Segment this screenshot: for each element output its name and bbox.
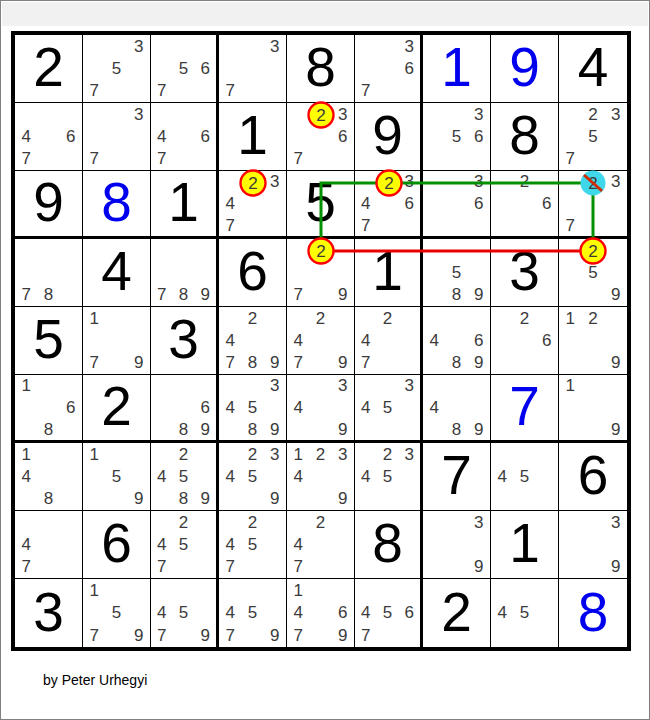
- cell-r7c5[interactable]: 12349: [287, 443, 355, 511]
- empty-candidate-slot: [151, 103, 173, 125]
- cell-r9c6[interactable]: 4567: [355, 579, 423, 647]
- empty-candidate-slot: [219, 307, 241, 329]
- candidate-3: 3: [604, 171, 627, 193]
- empty-candidate-slot: [219, 171, 241, 193]
- candidate-6: 6: [398, 193, 420, 215]
- cell-r5c7[interactable]: 4689: [423, 307, 491, 375]
- empty-candidate-slot: [83, 57, 105, 79]
- empty-candidate-slot: [151, 443, 173, 465]
- empty-candidate-slot: [194, 465, 216, 487]
- empty-candidate-slot: [309, 624, 331, 647]
- cell-r9c4[interactable]: 4579: [219, 579, 287, 647]
- cell-value-digit: 4: [101, 244, 132, 299]
- empty-candidate-slot: [194, 375, 216, 397]
- empty-candidate-slot: [423, 193, 445, 215]
- cell-r8c4[interactable]: 2457: [219, 511, 287, 579]
- cell-r1c8[interactable]: 9: [491, 35, 559, 103]
- empty-candidate-slot: [355, 579, 377, 602]
- empty-candidate-slot: [491, 214, 513, 236]
- candidate-5: 5: [241, 533, 263, 555]
- candidate-3: 3: [264, 443, 286, 465]
- empty-candidate-slot: [536, 171, 558, 193]
- cell-value-digit: 1: [441, 40, 472, 95]
- candidate-7: 7: [15, 148, 37, 170]
- empty-candidate-slot: [491, 624, 513, 647]
- candidate-3: 3: [264, 171, 286, 193]
- empty-candidate-slot: [173, 579, 195, 602]
- empty-candidate-slot: [355, 171, 377, 193]
- empty-candidate-slot: [194, 261, 216, 283]
- empty-candidate-slot: [151, 579, 173, 602]
- empty-candidate-slot: [264, 80, 286, 102]
- empty-candidate-slot: [105, 80, 127, 102]
- empty-candidate-slot: [377, 375, 399, 397]
- cell-r3c7[interactable]: 36: [423, 171, 491, 239]
- cell-r3c8[interactable]: 26: [491, 171, 559, 239]
- candidate-8: 8: [37, 284, 59, 306]
- cell-r2c7[interactable]: 356: [423, 103, 491, 171]
- empty-candidate-slot: [287, 307, 309, 329]
- empty-candidate-slot: [445, 397, 467, 419]
- cell-r6c3[interactable]: 689: [151, 375, 219, 443]
- candidate-5: 5: [173, 465, 195, 487]
- cell-r7c1[interactable]: 148: [15, 443, 83, 511]
- cell-r7c9[interactable]: 6: [559, 443, 627, 511]
- candidate-8: 8: [173, 284, 195, 306]
- candidate-8: 8: [445, 418, 467, 440]
- empty-candidate-slot: [15, 397, 37, 419]
- empty-candidate-slot: [491, 488, 513, 510]
- empty-candidate-slot: [536, 307, 558, 329]
- empty-candidate-slot: [582, 511, 605, 533]
- candidate-7: 7: [219, 214, 241, 236]
- candidate-8: 8: [173, 418, 195, 440]
- cell-r2c2[interactable]: 37: [83, 103, 151, 171]
- cell-r9c5[interactable]: 14679: [287, 579, 355, 647]
- cell-r8c5[interactable]: 247: [287, 511, 355, 579]
- candidate-1: 1: [559, 375, 582, 397]
- cell-r2c5[interactable]: 2367: [287, 103, 355, 171]
- cell-value-digit: 5: [33, 312, 64, 367]
- candidate-8: 8: [173, 488, 195, 510]
- cell-r6c9[interactable]: 19: [559, 375, 627, 443]
- candidate-2: 2: [513, 307, 535, 329]
- empty-candidate-slot: [423, 214, 445, 236]
- empty-candidate-slot: [559, 329, 582, 351]
- cell-r4c4[interactable]: 6: [219, 239, 287, 307]
- cell-r5c8[interactable]: 26: [491, 307, 559, 375]
- cell-r4c1[interactable]: 78: [15, 239, 83, 307]
- cell-r4c6[interactable]: 1: [355, 239, 423, 307]
- empty-candidate-slot: [332, 556, 354, 578]
- empty-candidate-slot: [219, 511, 241, 533]
- empty-candidate-slot: [559, 171, 582, 193]
- empty-candidate-slot: [559, 193, 582, 215]
- empty-candidate-slot: [559, 533, 582, 555]
- candidate-9: 9: [194, 624, 216, 647]
- candidate-3: 3: [264, 35, 286, 57]
- candidate-7: 7: [355, 214, 377, 236]
- empty-candidate-slot: [309, 533, 331, 555]
- candidate-9: 9: [264, 418, 286, 440]
- empty-candidate-slot: [287, 375, 309, 397]
- cell-r5c2[interactable]: 179: [83, 307, 151, 375]
- candidate-3: 3: [604, 103, 627, 125]
- empty-candidate-slot: [582, 533, 605, 555]
- empty-candidate-slot: [398, 352, 420, 374]
- cell-r8c8[interactable]: 1: [491, 511, 559, 579]
- cell-r5c3[interactable]: 3: [151, 307, 219, 375]
- empty-candidate-slot: [491, 193, 513, 215]
- empty-candidate-slot: [604, 307, 627, 329]
- cell-r4c9[interactable]: 259: [559, 239, 627, 307]
- cell-r6c7[interactable]: 489: [423, 375, 491, 443]
- candidate-8: 8: [445, 352, 467, 374]
- cell-r7c2[interactable]: 159: [83, 443, 151, 511]
- candidate-9: 9: [332, 418, 354, 440]
- candidate-7: 7: [219, 80, 241, 102]
- candidate-9: 9: [604, 556, 627, 578]
- empty-candidate-slot: [559, 397, 582, 419]
- empty-candidate-slot: [264, 193, 286, 215]
- candidate-7: 7: [355, 352, 377, 374]
- cell-r3c4[interactable]: 2347: [219, 171, 287, 239]
- empty-candidate-slot: [173, 239, 195, 261]
- candidate-5: 5: [241, 397, 263, 419]
- cell-value-digit: 2: [101, 379, 132, 434]
- cell-r6c8[interactable]: 7: [491, 375, 559, 443]
- empty-candidate-slot: [582, 193, 605, 215]
- candidate-7: 7: [287, 284, 309, 306]
- candidate-9: 9: [128, 624, 150, 647]
- candidate-2: 2: [241, 307, 263, 329]
- empty-candidate-slot: [287, 125, 309, 147]
- cell-r8c7[interactable]: 39: [423, 511, 491, 579]
- candidate-7: 7: [15, 284, 37, 306]
- empty-candidate-slot: [332, 148, 354, 170]
- candidate-4: 4: [219, 465, 241, 487]
- cell-r2c3[interactable]: 467: [151, 103, 219, 171]
- empty-candidate-slot: [513, 443, 535, 465]
- empty-candidate-slot: [60, 103, 82, 125]
- empty-candidate-slot: [173, 35, 195, 57]
- candidate-9: 9: [604, 418, 627, 440]
- empty-candidate-slot: [332, 397, 354, 419]
- candidate-4: 4: [219, 602, 241, 625]
- empty-candidate-slot: [37, 443, 59, 465]
- empty-candidate-slot: [309, 579, 331, 602]
- empty-candidate-slot: [287, 511, 309, 533]
- cell-r7c4[interactable]: 23459: [219, 443, 287, 511]
- cell-r3c5[interactable]: 5: [287, 171, 355, 239]
- cell-r3c1[interactable]: 9: [15, 171, 83, 239]
- empty-candidate-slot: [604, 214, 627, 236]
- empty-candidate-slot: [423, 418, 445, 440]
- empty-candidate-slot: [423, 148, 445, 170]
- candidate-7: 7: [151, 80, 173, 102]
- candidate-6: 6: [398, 602, 420, 625]
- candidate-6: 6: [398, 57, 420, 79]
- candidate-7: 7: [559, 214, 582, 236]
- empty-candidate-slot: [309, 352, 331, 374]
- cell-r8c9[interactable]: 39: [559, 511, 627, 579]
- candidate-7: 7: [83, 352, 105, 374]
- cell-r1c9[interactable]: 4: [559, 35, 627, 103]
- candidate-4: 4: [219, 397, 241, 419]
- cell-r8c1[interactable]: 47: [15, 511, 83, 579]
- empty-candidate-slot: [536, 579, 558, 602]
- candidate-4: 4: [355, 397, 377, 419]
- empty-candidate-slot: [194, 80, 216, 102]
- empty-candidate-slot: [37, 239, 59, 261]
- candidate-9: 9: [128, 352, 150, 374]
- empty-candidate-slot: [194, 511, 216, 533]
- cell-r1c3[interactable]: 567: [151, 35, 219, 103]
- empty-candidate-slot: [582, 556, 605, 578]
- cell-r9c2[interactable]: 1579: [83, 579, 151, 647]
- empty-candidate-slot: [287, 103, 309, 125]
- cell-r8c2[interactable]: 6: [83, 511, 151, 579]
- candidate-2: 2: [309, 307, 331, 329]
- cell-r2c6[interactable]: 9: [355, 103, 423, 171]
- candidate-2: 2: [241, 443, 263, 465]
- empty-candidate-slot: [60, 465, 82, 487]
- empty-candidate-slot: [536, 602, 558, 625]
- empty-candidate-slot: [151, 375, 173, 397]
- empty-candidate-slot: [83, 125, 105, 147]
- candidate-7: 7: [219, 624, 241, 647]
- cell-r1c4[interactable]: 37: [219, 35, 287, 103]
- empty-candidate-slot: [241, 556, 263, 578]
- empty-candidate-slot: [241, 329, 263, 351]
- empty-candidate-slot: [219, 418, 241, 440]
- candidate-3: 3: [128, 35, 150, 57]
- empty-candidate-slot: [60, 556, 82, 578]
- empty-candidate-slot: [513, 352, 535, 374]
- cell-r9c8[interactable]: 45: [491, 579, 559, 647]
- empty-candidate-slot: [151, 239, 173, 261]
- empty-candidate-slot: [332, 239, 354, 261]
- candidate-2: 2: [377, 307, 399, 329]
- empty-candidate-slot: [128, 80, 150, 102]
- cell-r9c7[interactable]: 2: [423, 579, 491, 647]
- cell-r7c7[interactable]: 7: [423, 443, 491, 511]
- empty-candidate-slot: [37, 125, 59, 147]
- empty-candidate-slot: [491, 171, 513, 193]
- cell-r4c8[interactable]: 3: [491, 239, 559, 307]
- cell-r2c1[interactable]: 467: [15, 103, 83, 171]
- cell-r4c5[interactable]: 279: [287, 239, 355, 307]
- candidate-4: 4: [491, 602, 513, 625]
- empty-candidate-slot: [582, 329, 605, 351]
- empty-candidate-slot: [83, 35, 105, 57]
- cell-r6c6[interactable]: 345: [355, 375, 423, 443]
- cell-r5c6[interactable]: 247: [355, 307, 423, 375]
- empty-candidate-slot: [173, 261, 195, 283]
- empty-candidate-slot: [37, 533, 59, 555]
- toolbar-area: [2, 2, 648, 26]
- cell-r5c9[interactable]: 129: [559, 307, 627, 375]
- candidate-4: 4: [219, 193, 241, 215]
- cell-r9c3[interactable]: 4579: [151, 579, 219, 647]
- empty-candidate-slot: [559, 511, 582, 533]
- candidate-5: 5: [513, 465, 535, 487]
- candidate-4: 4: [15, 125, 37, 147]
- empty-candidate-slot: [194, 533, 216, 555]
- cell-r7c6[interactable]: 2345: [355, 443, 423, 511]
- empty-candidate-slot: [309, 556, 331, 578]
- candidate-6: 6: [194, 57, 216, 79]
- cell-value-digit: 8: [509, 108, 540, 163]
- cell-r8c6[interactable]: 8: [355, 511, 423, 579]
- cell-r5c4[interactable]: 24789: [219, 307, 287, 375]
- empty-candidate-slot: [559, 261, 582, 283]
- candidate-9: 9: [194, 284, 216, 306]
- empty-candidate-slot: [173, 397, 195, 419]
- cell-r6c1[interactable]: 168: [15, 375, 83, 443]
- empty-candidate-slot: [491, 579, 513, 602]
- empty-candidate-slot: [309, 488, 331, 510]
- candidate-9: 9: [128, 488, 150, 510]
- empty-candidate-slot: [105, 579, 127, 602]
- empty-candidate-slot: [468, 214, 490, 236]
- empty-candidate-slot: [83, 465, 105, 487]
- cell-r1c6[interactable]: 367: [355, 35, 423, 103]
- candidate-6: 6: [536, 329, 558, 351]
- candidate-7: 7: [15, 556, 37, 578]
- empty-candidate-slot: [445, 307, 467, 329]
- cell-value-digit: 7: [441, 448, 472, 503]
- cell-r1c1[interactable]: 2: [15, 35, 83, 103]
- empty-candidate-slot: [423, 261, 445, 283]
- empty-candidate-slot: [105, 125, 127, 147]
- empty-candidate-slot: [309, 602, 331, 625]
- candidate-7: 7: [83, 624, 105, 647]
- empty-candidate-slot: [398, 465, 420, 487]
- cell-r5c1[interactable]: 5: [15, 307, 83, 375]
- cell-r9c1[interactable]: 3: [15, 579, 83, 647]
- cell-r3c6[interactable]: 23467: [355, 171, 423, 239]
- candidate-5: 5: [377, 602, 399, 625]
- empty-candidate-slot: [37, 261, 59, 283]
- empty-candidate-slot: [128, 602, 150, 625]
- candidate-7: 7: [219, 352, 241, 374]
- empty-candidate-slot: [37, 556, 59, 578]
- cell-r6c5[interactable]: 349: [287, 375, 355, 443]
- empty-candidate-slot: [60, 375, 82, 397]
- candidate-1: 1: [287, 579, 309, 602]
- candidate-8: 8: [241, 418, 263, 440]
- empty-candidate-slot: [513, 329, 535, 351]
- candidate-4: 4: [219, 329, 241, 351]
- empty-candidate-slot: [332, 329, 354, 351]
- cell-value-digit: 7: [509, 379, 540, 434]
- candidate-5: 5: [582, 125, 605, 147]
- empty-candidate-slot: [604, 261, 627, 283]
- empty-candidate-slot: [264, 465, 286, 487]
- cell-r4c3[interactable]: 789: [151, 239, 219, 307]
- empty-candidate-slot: [60, 261, 82, 283]
- empty-candidate-slot: [151, 511, 173, 533]
- cell-r6c2[interactable]: 2: [83, 375, 151, 443]
- empty-candidate-slot: [423, 375, 445, 397]
- candidate-8: 8: [37, 488, 59, 510]
- candidate-9: 9: [468, 352, 490, 374]
- cell-value-digit: 6: [237, 244, 268, 299]
- cell-r2c8[interactable]: 8: [491, 103, 559, 171]
- candidate-1: 1: [83, 443, 105, 465]
- empty-candidate-slot: [582, 397, 605, 419]
- candidate-4: 4: [219, 533, 241, 555]
- empty-candidate-slot: [445, 511, 467, 533]
- cell-r6c4[interactable]: 34589: [219, 375, 287, 443]
- cell-value-digit: 1: [237, 108, 268, 163]
- candidate-7: 7: [151, 624, 173, 647]
- empty-candidate-slot: [105, 103, 127, 125]
- cell-r3c9[interactable]: 237: [559, 171, 627, 239]
- empty-candidate-slot: [398, 624, 420, 647]
- empty-candidate-slot: [445, 214, 467, 236]
- candidate-8: 8: [241, 352, 263, 374]
- empty-candidate-slot: [264, 602, 286, 625]
- candidate-7: 7: [151, 148, 173, 170]
- cell-r9c9[interactable]: 8: [559, 579, 627, 647]
- candidate-1: 1: [287, 443, 309, 465]
- candidate-3: 3: [468, 103, 490, 125]
- cell-r1c7[interactable]: 1: [423, 35, 491, 103]
- cell-r3c2[interactable]: 8: [83, 171, 151, 239]
- empty-candidate-slot: [309, 397, 331, 419]
- cell-r7c3[interactable]: 24589: [151, 443, 219, 511]
- candidate-4: 4: [151, 465, 173, 487]
- empty-candidate-slot: [37, 375, 59, 397]
- cell-value-digit: 2: [33, 40, 64, 95]
- candidate-2: 2: [377, 443, 399, 465]
- candidate-9: 9: [332, 284, 354, 306]
- empty-candidate-slot: [355, 375, 377, 397]
- candidate-7: 7: [151, 284, 173, 306]
- cell-r2c9[interactable]: 2357: [559, 103, 627, 171]
- cell-r2c4[interactable]: 1: [219, 103, 287, 171]
- candidate-3: 3: [264, 375, 286, 397]
- cell-r8c3[interactable]: 2457: [151, 511, 219, 579]
- cell-r4c7[interactable]: 589: [423, 239, 491, 307]
- empty-candidate-slot: [468, 533, 490, 555]
- empty-candidate-slot: [105, 488, 127, 510]
- candidate-3: 3: [332, 103, 354, 125]
- cell-r1c5[interactable]: 8: [287, 35, 355, 103]
- candidate-5: 5: [105, 465, 127, 487]
- empty-candidate-slot: [15, 239, 37, 261]
- cell-value-digit: 1: [168, 175, 199, 230]
- cell-value-digit: 1: [509, 516, 540, 571]
- empty-candidate-slot: [105, 148, 127, 170]
- cell-r5c5[interactable]: 2479: [287, 307, 355, 375]
- empty-candidate-slot: [445, 556, 467, 578]
- empty-candidate-slot: [398, 488, 420, 510]
- empty-candidate-slot: [377, 624, 399, 647]
- empty-candidate-slot: [151, 418, 173, 440]
- cell-r3c3[interactable]: 1: [151, 171, 219, 239]
- cell-r4c2[interactable]: 4: [83, 239, 151, 307]
- candidate-6: 6: [332, 125, 354, 147]
- empty-candidate-slot: [264, 511, 286, 533]
- candidate-1: 1: [15, 375, 37, 397]
- cell-r1c2[interactable]: 357: [83, 35, 151, 103]
- sudoku-board: 2357567378367194467374671236793568235798…: [11, 31, 631, 651]
- cell-r7c8[interactable]: 45: [491, 443, 559, 511]
- empty-candidate-slot: [355, 488, 377, 510]
